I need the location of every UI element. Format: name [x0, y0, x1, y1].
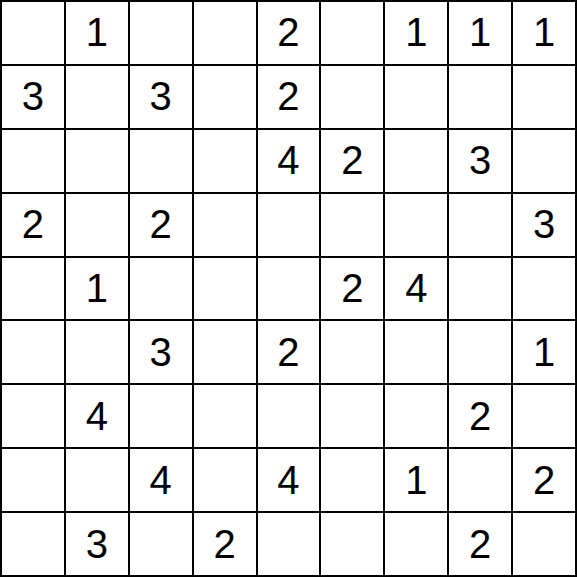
empty-cell-r3c7[interactable] — [385, 130, 447, 192]
clue-cell-r3c8: 3 — [449, 130, 511, 192]
puzzle-board: 12111332423223124321424412322 — [0, 0, 577, 577]
clue-cell-r8c3: 4 — [130, 449, 192, 511]
clue-cell-r4c1: 2 — [2, 194, 64, 256]
empty-cell-r3c4[interactable] — [194, 130, 256, 192]
empty-cell-r2c8[interactable] — [449, 66, 511, 128]
clue-cell-r2c1: 3 — [2, 66, 64, 128]
empty-cell-r8c4[interactable] — [194, 449, 256, 511]
empty-cell-r7c6[interactable] — [321, 385, 383, 447]
clue-cell-r5c6: 2 — [321, 258, 383, 320]
empty-cell-r3c9[interactable] — [513, 130, 575, 192]
clue-cell-r1c2: 1 — [66, 2, 128, 64]
empty-cell-r3c3[interactable] — [130, 130, 192, 192]
empty-cell-r4c2[interactable] — [66, 194, 128, 256]
empty-cell-r5c5[interactable] — [258, 258, 320, 320]
clue-cell-r4c9: 3 — [513, 194, 575, 256]
clue-cell-r6c5: 2 — [258, 321, 320, 383]
clue-cell-r9c2: 3 — [66, 513, 128, 575]
clue-cell-r9c8: 2 — [449, 513, 511, 575]
empty-cell-r2c4[interactable] — [194, 66, 256, 128]
empty-cell-r4c7[interactable] — [385, 194, 447, 256]
empty-cell-r8c2[interactable] — [66, 449, 128, 511]
clue-cell-r5c2: 1 — [66, 258, 128, 320]
empty-cell-r9c1[interactable] — [2, 513, 64, 575]
empty-cell-r1c6[interactable] — [321, 2, 383, 64]
empty-cell-r3c1[interactable] — [2, 130, 64, 192]
empty-cell-r5c1[interactable] — [2, 258, 64, 320]
empty-cell-r6c6[interactable] — [321, 321, 383, 383]
clue-cell-r1c8: 1 — [449, 2, 511, 64]
empty-cell-r4c8[interactable] — [449, 194, 511, 256]
empty-cell-r9c9[interactable] — [513, 513, 575, 575]
clue-cell-r8c7: 1 — [385, 449, 447, 511]
empty-cell-r8c8[interactable] — [449, 449, 511, 511]
clue-cell-r6c9: 1 — [513, 321, 575, 383]
clue-cell-r2c3: 3 — [130, 66, 192, 128]
empty-cell-r2c7[interactable] — [385, 66, 447, 128]
empty-cell-r7c3[interactable] — [130, 385, 192, 447]
empty-cell-r9c6[interactable] — [321, 513, 383, 575]
empty-cell-r9c3[interactable] — [130, 513, 192, 575]
empty-cell-r7c7[interactable] — [385, 385, 447, 447]
empty-cell-r6c1[interactable] — [2, 321, 64, 383]
empty-cell-r3c2[interactable] — [66, 130, 128, 192]
empty-cell-r6c4[interactable] — [194, 321, 256, 383]
empty-cell-r7c4[interactable] — [194, 385, 256, 447]
clue-cell-r1c7: 1 — [385, 2, 447, 64]
empty-cell-r4c6[interactable] — [321, 194, 383, 256]
clue-cell-r8c5: 4 — [258, 449, 320, 511]
clue-cell-r7c8: 2 — [449, 385, 511, 447]
empty-cell-r2c6[interactable] — [321, 66, 383, 128]
empty-cell-r5c4[interactable] — [194, 258, 256, 320]
clue-cell-r3c5: 4 — [258, 130, 320, 192]
empty-cell-r7c9[interactable] — [513, 385, 575, 447]
empty-cell-r5c9[interactable] — [513, 258, 575, 320]
empty-cell-r2c9[interactable] — [513, 66, 575, 128]
empty-cell-r4c5[interactable] — [258, 194, 320, 256]
clue-cell-r3c6: 2 — [321, 130, 383, 192]
clue-cell-r7c2: 4 — [66, 385, 128, 447]
empty-cell-r1c1[interactable] — [2, 2, 64, 64]
empty-cell-r9c5[interactable] — [258, 513, 320, 575]
clue-cell-r5c7: 4 — [385, 258, 447, 320]
clue-cell-r2c5: 2 — [258, 66, 320, 128]
empty-cell-r5c8[interactable] — [449, 258, 511, 320]
empty-cell-r1c3[interactable] — [130, 2, 192, 64]
empty-cell-r7c5[interactable] — [258, 385, 320, 447]
empty-cell-r4c4[interactable] — [194, 194, 256, 256]
clue-cell-r4c3: 2 — [130, 194, 192, 256]
clue-cell-r8c9: 2 — [513, 449, 575, 511]
empty-cell-r6c7[interactable] — [385, 321, 447, 383]
empty-cell-r9c7[interactable] — [385, 513, 447, 575]
empty-cell-r7c1[interactable] — [2, 385, 64, 447]
empty-cell-r2c2[interactable] — [66, 66, 128, 128]
empty-cell-r6c2[interactable] — [66, 321, 128, 383]
clue-cell-r1c9: 1 — [513, 2, 575, 64]
clue-cell-r9c4: 2 — [194, 513, 256, 575]
empty-cell-r8c1[interactable] — [2, 449, 64, 511]
empty-cell-r1c4[interactable] — [194, 2, 256, 64]
empty-cell-r6c8[interactable] — [449, 321, 511, 383]
clue-cell-r6c3: 3 — [130, 321, 192, 383]
empty-cell-r5c3[interactable] — [130, 258, 192, 320]
clue-cell-r1c5: 2 — [258, 2, 320, 64]
empty-cell-r8c6[interactable] — [321, 449, 383, 511]
